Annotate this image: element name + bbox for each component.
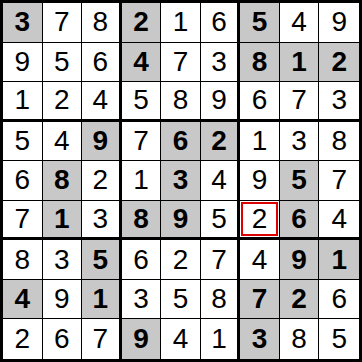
cell-r5c1[interactable]: 6 [3, 161, 43, 201]
cell-r4c5[interactable]: 6 [161, 122, 201, 162]
cell-r5c7[interactable]: 9 [240, 161, 280, 201]
cell-digit: 6 [54, 325, 70, 353]
cell-r5c3[interactable]: 2 [82, 161, 122, 201]
cell-digit: 4 [331, 205, 347, 233]
cell-digit: 8 [133, 205, 149, 233]
cell-r8c3[interactable]: 1 [82, 280, 122, 320]
cell-r5c9[interactable]: 7 [319, 161, 359, 201]
cell-r8c2[interactable]: 9 [43, 280, 83, 320]
cell-digit: 7 [93, 325, 109, 353]
cell-digit: 3 [331, 86, 347, 114]
cell-r2c2[interactable]: 5 [43, 43, 83, 83]
cell-r8c6[interactable]: 8 [201, 280, 241, 320]
cell-digit: 6 [331, 285, 347, 313]
cell-digit: 8 [211, 285, 227, 313]
cell-digit: 1 [291, 48, 307, 76]
cell-r4c8[interactable]: 3 [280, 122, 320, 162]
cell-r1c3[interactable]: 8 [82, 3, 122, 43]
cell-digit: 8 [54, 166, 70, 194]
cell-r8c4[interactable]: 3 [122, 280, 162, 320]
cell-r5c8[interactable]: 5 [280, 161, 320, 201]
cell-digit: 3 [291, 127, 307, 155]
cell-r2c9[interactable]: 2 [319, 43, 359, 83]
cell-digit: 8 [291, 325, 307, 353]
cell-digit: 5 [133, 86, 149, 114]
cell-digit: 7 [133, 127, 149, 155]
cell-digit: 2 [173, 246, 189, 274]
cell-digit: 1 [93, 285, 109, 313]
cell-r7c5[interactable]: 2 [161, 240, 201, 280]
cell-digit: 7 [252, 285, 268, 313]
cell-digit: 6 [14, 166, 30, 194]
cell-r8c9[interactable]: 6 [319, 280, 359, 320]
cell-digit: 9 [252, 166, 268, 194]
cell-r5c5[interactable]: 3 [161, 161, 201, 201]
cell-digit: 4 [291, 8, 307, 36]
cell-digit: 4 [252, 246, 268, 274]
cell-r8c8[interactable]: 2 [280, 280, 320, 320]
cell-r1c8[interactable]: 4 [280, 3, 320, 43]
cell-digit: 3 [54, 246, 70, 274]
cell-r9c2[interactable]: 6 [43, 319, 83, 359]
cell-r2c3[interactable]: 6 [82, 43, 122, 83]
cell-r2c4[interactable]: 4 [122, 43, 162, 83]
cell-digit: 1 [14, 86, 30, 114]
cell-r1c4[interactable]: 2 [122, 3, 162, 43]
cell-r9c7[interactable]: 3 [240, 319, 280, 359]
cell-r4c3[interactable]: 9 [82, 122, 122, 162]
cell-digit: 8 [252, 48, 268, 76]
cell-digit: 3 [133, 285, 149, 313]
cell-digit: 7 [211, 246, 227, 274]
cell-r1c7[interactable]: 5 [240, 3, 280, 43]
cell-digit: 1 [54, 205, 70, 233]
cell-r4c9[interactable]: 8 [319, 122, 359, 162]
cell-r7c3[interactable]: 5 [82, 240, 122, 280]
cell-r7c4[interactable]: 6 [122, 240, 162, 280]
cell-digit: 6 [173, 127, 189, 155]
cell-digit: 9 [331, 8, 347, 36]
cell-r1c6[interactable]: 6 [201, 3, 241, 43]
cell-r2c1[interactable]: 9 [3, 43, 43, 83]
cell-digit: 4 [93, 86, 109, 114]
cell-digit: 5 [173, 285, 189, 313]
cell-r2c8[interactable]: 1 [280, 43, 320, 83]
cell-digit: 7 [331, 166, 347, 194]
cell-r6c7[interactable]: 2 [240, 201, 280, 241]
cell-digit: 5 [211, 205, 227, 233]
cell-digit: 5 [54, 48, 70, 76]
cell-r9c3[interactable]: 7 [82, 319, 122, 359]
cell-r8c7[interactable]: 7 [240, 280, 280, 320]
cell-digit: 1 [173, 8, 189, 36]
cell-r6c3[interactable]: 3 [82, 201, 122, 241]
cell-digit: 5 [93, 246, 109, 274]
cell-r7c1[interactable]: 8 [3, 240, 43, 280]
cell-r7c7[interactable]: 4 [240, 240, 280, 280]
cell-digit: 2 [133, 8, 149, 36]
cell-r4c1[interactable]: 5 [3, 122, 43, 162]
cell-r5c4[interactable]: 1 [122, 161, 162, 201]
cell-r8c5[interactable]: 5 [161, 280, 201, 320]
cell-digit: 2 [252, 205, 268, 233]
cell-r3c8[interactable]: 7 [280, 82, 320, 122]
cell-r3c6[interactable]: 9 [201, 82, 241, 122]
cell-r3c2[interactable]: 2 [43, 82, 83, 122]
cell-digit: 9 [173, 205, 189, 233]
cell-r9c4[interactable]: 9 [122, 319, 162, 359]
cell-digit: 7 [291, 86, 307, 114]
cell-digit: 5 [252, 8, 268, 36]
cell-digit: 2 [291, 285, 307, 313]
cell-digit: 7 [54, 8, 70, 36]
cell-digit: 2 [14, 325, 30, 353]
cell-r2c6[interactable]: 3 [201, 43, 241, 83]
cell-r3c3[interactable]: 4 [82, 82, 122, 122]
cell-digit: 8 [331, 127, 347, 155]
cell-r1c1[interactable]: 3 [3, 3, 43, 43]
cell-digit: 2 [211, 127, 227, 155]
cell-r6c4[interactable]: 8 [122, 201, 162, 241]
cell-digit: 2 [331, 48, 347, 76]
cell-digit: 9 [133, 325, 149, 353]
cell-r9c5[interactable]: 4 [161, 319, 201, 359]
cell-r4c4[interactable]: 7 [122, 122, 162, 162]
cell-digit: 1 [252, 127, 268, 155]
cell-r7c8[interactable]: 9 [280, 240, 320, 280]
cell-r7c6[interactable]: 7 [201, 240, 241, 280]
cell-digit: 6 [211, 8, 227, 36]
cell-r3c7[interactable]: 6 [240, 82, 280, 122]
cell-r7c2[interactable]: 3 [43, 240, 83, 280]
cell-digit: 3 [173, 166, 189, 194]
cell-r1c5[interactable]: 1 [161, 3, 201, 43]
cell-digit: 6 [93, 48, 109, 76]
cell-r9c6[interactable]: 1 [201, 319, 241, 359]
cell-digit: 9 [291, 246, 307, 274]
cell-digit: 6 [252, 86, 268, 114]
cell-digit: 3 [14, 8, 30, 36]
cell-digit: 8 [173, 86, 189, 114]
cell-digit: 2 [54, 86, 70, 114]
cell-digit: 4 [14, 285, 30, 313]
cell-r6c6[interactable]: 5 [201, 201, 241, 241]
cell-digit: 1 [133, 166, 149, 194]
cell-digit: 4 [173, 325, 189, 353]
cell-digit: 3 [93, 205, 109, 233]
cell-digit: 8 [93, 8, 109, 36]
cell-r4c6[interactable]: 2 [201, 122, 241, 162]
cell-r1c2[interactable]: 7 [43, 3, 83, 43]
cell-digit: 5 [14, 127, 30, 155]
cell-r4c2[interactable]: 4 [43, 122, 83, 162]
cell-r9c9[interactable]: 5 [319, 319, 359, 359]
cell-digit: 8 [14, 246, 30, 274]
cell-digit: 4 [211, 166, 227, 194]
cell-digit: 6 [291, 205, 307, 233]
cell-r7c9[interactable]: 1 [319, 240, 359, 280]
cell-digit: 7 [14, 205, 30, 233]
cell-digit: 9 [14, 48, 30, 76]
cell-r4c7[interactable]: 1 [240, 122, 280, 162]
cell-r3c9[interactable]: 3 [319, 82, 359, 122]
cell-r9c8[interactable]: 8 [280, 319, 320, 359]
cell-digit: 4 [133, 48, 149, 76]
cell-r6c9[interactable]: 4 [319, 201, 359, 241]
cell-r5c2[interactable]: 8 [43, 161, 83, 201]
cell-r2c7[interactable]: 8 [240, 43, 280, 83]
cell-r6c8[interactable]: 6 [280, 201, 320, 241]
cell-r9c1[interactable]: 2 [3, 319, 43, 359]
cell-digit: 5 [291, 166, 307, 194]
cell-r3c4[interactable]: 5 [122, 82, 162, 122]
cell-digit: 3 [211, 48, 227, 76]
cell-digit: 2 [93, 166, 109, 194]
cell-digit: 6 [133, 246, 149, 274]
cell-digit: 5 [331, 325, 347, 353]
cell-digit: 9 [93, 127, 109, 155]
cell-r3c5[interactable]: 8 [161, 82, 201, 122]
cell-r6c2[interactable]: 1 [43, 201, 83, 241]
cell-r1c9[interactable]: 9 [319, 3, 359, 43]
cell-digit: 7 [173, 48, 189, 76]
sudoku-board: 3782165499564738121245896735497621386821… [0, 0, 362, 362]
cell-digit: 3 [252, 325, 268, 353]
cell-r2c5[interactable]: 7 [161, 43, 201, 83]
cell-r5c6[interactable]: 4 [201, 161, 241, 201]
cell-r6c5[interactable]: 9 [161, 201, 201, 241]
cell-digit: 9 [54, 285, 70, 313]
cell-digit: 4 [54, 127, 70, 155]
cell-digit: 1 [331, 246, 347, 274]
cell-r6c1[interactable]: 7 [3, 201, 43, 241]
cell-r3c1[interactable]: 1 [3, 82, 43, 122]
cell-digit: 9 [211, 86, 227, 114]
cell-digit: 1 [211, 325, 227, 353]
cell-r8c1[interactable]: 4 [3, 280, 43, 320]
